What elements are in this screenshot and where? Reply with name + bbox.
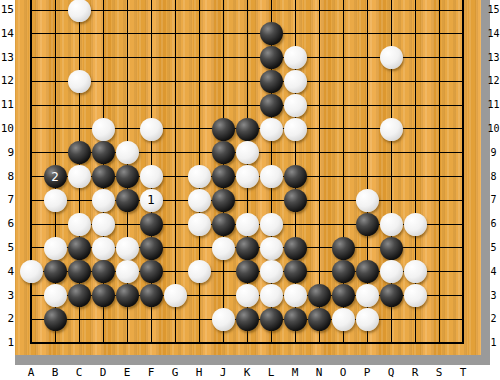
- stone-black-N2: [308, 308, 331, 331]
- stone-black-B8: 2: [44, 165, 67, 188]
- intersection-T8[interactable]: [451, 165, 475, 189]
- row-label-right-3: 3: [487, 288, 500, 304]
- intersection-P8[interactable]: [355, 165, 379, 189]
- intersection-O12[interactable]: [331, 70, 355, 94]
- intersection-M1[interactable]: [283, 331, 307, 355]
- intersection-F14[interactable]: [139, 22, 163, 46]
- intersection-A11[interactable]: [19, 93, 43, 117]
- intersection-H12[interactable]: [187, 70, 211, 94]
- stone-white-D5: [92, 237, 115, 260]
- stone-white-A4: [20, 260, 43, 283]
- intersection-P5[interactable]: [355, 236, 379, 260]
- stone-black-F5: [140, 237, 163, 260]
- stone-white-L6: [260, 213, 283, 236]
- intersection-R1[interactable]: [403, 331, 427, 355]
- stone-white-O2: [332, 308, 355, 331]
- go-app: 21 151413121110987654321 151413121110987…: [0, 0, 500, 380]
- intersection-N5[interactable]: [307, 236, 331, 260]
- intersection-C13[interactable]: [67, 46, 91, 70]
- intersection-S5[interactable]: [427, 236, 451, 260]
- intersection-B15[interactable]: [43, 0, 67, 22]
- intersection-B12[interactable]: [43, 70, 67, 94]
- column-label-K: K: [239, 365, 255, 380]
- intersection-H14[interactable]: [187, 22, 211, 46]
- stone-black-P6: [356, 213, 379, 236]
- stone-white-L4: [260, 260, 283, 283]
- column-label-B: B: [47, 365, 63, 380]
- stone-black-C5: [68, 237, 91, 260]
- intersection-F9[interactable]: [139, 141, 163, 165]
- stone-black-D4: [92, 260, 115, 283]
- intersection-K15[interactable]: [235, 0, 259, 22]
- column-label-Q: Q: [383, 365, 399, 380]
- row-label-left-14: 14: [0, 26, 14, 42]
- intersection-H10[interactable]: [187, 117, 211, 141]
- column-label-G: G: [167, 365, 183, 380]
- stone-white-H4: [188, 260, 211, 283]
- intersection-J14[interactable]: [211, 22, 235, 46]
- intersection-K13[interactable]: [235, 46, 259, 70]
- intersection-O7[interactable]: [331, 188, 355, 212]
- intersection-S15[interactable]: [427, 0, 451, 22]
- intersection-R9[interactable]: [403, 141, 427, 165]
- stone-white-D6: [92, 213, 115, 236]
- stone-white-B3: [44, 284, 67, 307]
- intersection-P15[interactable]: [355, 0, 379, 22]
- intersection-P14[interactable]: [355, 22, 379, 46]
- intersection-E11[interactable]: [115, 93, 139, 117]
- stone-white-C8: [68, 165, 91, 188]
- stone-white-K9: [236, 141, 259, 164]
- intersection-H2[interactable]: [187, 307, 211, 331]
- column-label-S: S: [431, 365, 447, 380]
- intersection-N4[interactable]: [307, 260, 331, 284]
- intersection-G9[interactable]: [163, 141, 187, 165]
- intersection-A1[interactable]: [19, 331, 43, 355]
- intersection-R7[interactable]: [403, 188, 427, 212]
- intersection-P9[interactable]: [355, 141, 379, 165]
- intersection-C14[interactable]: [67, 22, 91, 46]
- intersection-O8[interactable]: [331, 165, 355, 189]
- intersection-C11[interactable]: [67, 93, 91, 117]
- stone-black-K4: [236, 260, 259, 283]
- intersection-G15[interactable]: [163, 0, 187, 22]
- stone-black-O5: [332, 237, 355, 260]
- stone-black-K10: [236, 118, 259, 141]
- intersection-A5[interactable]: [19, 236, 43, 260]
- intersection-Q12[interactable]: [379, 70, 403, 94]
- intersection-R5[interactable]: [403, 236, 427, 260]
- intersection-O11[interactable]: [331, 93, 355, 117]
- intersection-S8[interactable]: [427, 165, 451, 189]
- intersection-H3[interactable]: [187, 284, 211, 308]
- intersection-G13[interactable]: [163, 46, 187, 70]
- stone-black-E8: [116, 165, 139, 188]
- intersection-T6[interactable]: [451, 212, 475, 236]
- intersection-B14[interactable]: [43, 22, 67, 46]
- stone-black-J10: [212, 118, 235, 141]
- intersection-F13[interactable]: [139, 46, 163, 70]
- stone-white-R6: [404, 213, 427, 236]
- stone-black-P4: [356, 260, 379, 283]
- intersection-A13[interactable]: [19, 46, 43, 70]
- intersection-T1[interactable]: [451, 331, 475, 355]
- intersection-T5[interactable]: [451, 236, 475, 260]
- column-label-O: O: [335, 365, 351, 380]
- intersection-N1[interactable]: [307, 331, 331, 355]
- stone-black-O4: [332, 260, 355, 283]
- intersection-H5[interactable]: [187, 236, 211, 260]
- intersection-P11[interactable]: [355, 93, 379, 117]
- stone-black-J7: [212, 189, 235, 212]
- intersection-S14[interactable]: [427, 22, 451, 46]
- intersection-S11[interactable]: [427, 93, 451, 117]
- row-label-right-15: 15: [487, 2, 500, 18]
- intersection-M15[interactable]: [283, 0, 307, 22]
- intersection-E2[interactable]: [115, 307, 139, 331]
- intersection-K14[interactable]: [235, 22, 259, 46]
- intersection-S7[interactable]: [427, 188, 451, 212]
- stone-white-B7: [44, 189, 67, 212]
- row-label-right-14: 14: [487, 26, 500, 42]
- intersection-E15[interactable]: [115, 0, 139, 22]
- intersection-E10[interactable]: [115, 117, 139, 141]
- stone-white-L5: [260, 237, 283, 260]
- intersection-S10[interactable]: [427, 117, 451, 141]
- stone-black-F3: [140, 284, 163, 307]
- stone-white-F8: [140, 165, 163, 188]
- intersection-F15[interactable]: [139, 0, 163, 22]
- stone-white-C6: [68, 213, 91, 236]
- stone-black-Q5: [380, 237, 403, 260]
- row-label-left-4: 4: [0, 264, 14, 280]
- intersection-T13[interactable]: [451, 46, 475, 70]
- intersection-A2[interactable]: [19, 307, 43, 331]
- intersection-O15[interactable]: [331, 0, 355, 22]
- intersection-D1[interactable]: [91, 331, 115, 355]
- intersection-T14[interactable]: [451, 22, 475, 46]
- intersection-F1[interactable]: [139, 331, 163, 355]
- intersection-A8[interactable]: [19, 165, 43, 189]
- row-label-left-13: 13: [0, 50, 14, 66]
- stone-black-J6: [212, 213, 235, 236]
- intersection-G11[interactable]: [163, 93, 187, 117]
- intersection-S2[interactable]: [427, 307, 451, 331]
- intersection-G14[interactable]: [163, 22, 187, 46]
- stone-white-Q6: [380, 213, 403, 236]
- intersection-R13[interactable]: [403, 46, 427, 70]
- row-label-left-8: 8: [0, 169, 14, 185]
- stone-black-L12: [260, 70, 283, 93]
- intersection-T9[interactable]: [451, 141, 475, 165]
- intersection-C7[interactable]: [67, 188, 91, 212]
- stone-black-N3: [308, 284, 331, 307]
- intersection-A12[interactable]: [19, 70, 43, 94]
- row-label-right-11: 11: [487, 97, 500, 113]
- stone-white-M10: [284, 118, 307, 141]
- stone-white-R3: [404, 284, 427, 307]
- intersection-D12[interactable]: [91, 70, 115, 94]
- intersection-G2[interactable]: [163, 307, 187, 331]
- stone-white-K6: [236, 213, 259, 236]
- row-label-left-9: 9: [0, 145, 14, 161]
- row-label-right-12: 12: [487, 73, 500, 89]
- intersection-A14[interactable]: [19, 22, 43, 46]
- stone-white-H7: [188, 189, 211, 212]
- intersection-C10[interactable]: [67, 117, 91, 141]
- intersection-S13[interactable]: [427, 46, 451, 70]
- stone-white-F10: [140, 118, 163, 141]
- goban-surface[interactable]: 21: [15, 0, 481, 355]
- intersection-H1[interactable]: [187, 331, 211, 355]
- intersection-J13[interactable]: [211, 46, 235, 70]
- intersection-J11[interactable]: [211, 93, 235, 117]
- intersection-A9[interactable]: [19, 141, 43, 165]
- intersection-R12[interactable]: [403, 70, 427, 94]
- row-label-left-3: 3: [0, 288, 14, 304]
- stone-white-Q4: [380, 260, 403, 283]
- intersection-F12[interactable]: [139, 70, 163, 94]
- stone-white-E9: [116, 141, 139, 164]
- intersection-D11[interactable]: [91, 93, 115, 117]
- row-label-right-7: 7: [487, 192, 500, 208]
- intersection-E13[interactable]: [115, 46, 139, 70]
- intersection-R11[interactable]: [403, 93, 427, 117]
- intersection-G12[interactable]: [163, 70, 187, 94]
- intersection-N9[interactable]: [307, 141, 331, 165]
- stone-black-C3: [68, 284, 91, 307]
- row-label-right-4: 4: [487, 264, 500, 280]
- stone-black-C9: [68, 141, 91, 164]
- intersection-Q1[interactable]: [379, 331, 403, 355]
- stone-white-L10: [260, 118, 283, 141]
- intersection-E6[interactable]: [115, 212, 139, 236]
- intersection-E1[interactable]: [115, 331, 139, 355]
- column-label-D: D: [95, 365, 111, 380]
- row-label-right-9: 9: [487, 145, 500, 161]
- stone-white-R4: [404, 260, 427, 283]
- intersection-G8[interactable]: [163, 165, 187, 189]
- intersection-T4[interactable]: [451, 260, 475, 284]
- column-label-E: E: [119, 365, 135, 380]
- intersection-O1[interactable]: [331, 331, 355, 355]
- intersection-F11[interactable]: [139, 93, 163, 117]
- intersection-G4[interactable]: [163, 260, 187, 284]
- stone-white-F7: 1: [140, 189, 163, 212]
- intersection-A15[interactable]: [19, 0, 43, 22]
- intersection-H13[interactable]: [187, 46, 211, 70]
- stone-black-C4: [68, 260, 91, 283]
- intersection-B13[interactable]: [43, 46, 67, 70]
- stone-black-D3: [92, 284, 115, 307]
- intersection-G5[interactable]: [163, 236, 187, 260]
- stone-white-M12: [284, 70, 307, 93]
- intersection-Q9[interactable]: [379, 141, 403, 165]
- intersection-O6[interactable]: [331, 212, 355, 236]
- intersection-H11[interactable]: [187, 93, 211, 117]
- intersection-Q15[interactable]: [379, 0, 403, 22]
- stone-white-D10: [92, 118, 115, 141]
- move-number-label: 2: [51, 171, 59, 183]
- stone-white-P2: [356, 308, 379, 331]
- row-label-left-10: 10: [0, 121, 14, 137]
- intersection-S1[interactable]: [427, 331, 451, 355]
- stone-black-M7: [284, 189, 307, 212]
- intersection-S4[interactable]: [427, 260, 451, 284]
- column-label-C: C: [71, 365, 87, 380]
- intersection-P10[interactable]: [355, 117, 379, 141]
- intersection-O13[interactable]: [331, 46, 355, 70]
- intersection-N15[interactable]: [307, 0, 331, 22]
- intersection-G10[interactable]: [163, 117, 187, 141]
- intersection-N11[interactable]: [307, 93, 331, 117]
- intersection-S12[interactable]: [427, 70, 451, 94]
- intersection-Q2[interactable]: [379, 307, 403, 331]
- intersection-H15[interactable]: [187, 0, 211, 22]
- board-edge-bottom: [15, 355, 490, 365]
- row-label-left-15: 15: [0, 2, 14, 18]
- intersection-O14[interactable]: [331, 22, 355, 46]
- column-label-J: J: [215, 365, 231, 380]
- intersection-L15[interactable]: [259, 0, 283, 22]
- intersection-P1[interactable]: [355, 331, 379, 355]
- intersection-T11[interactable]: [451, 93, 475, 117]
- intersection-N12[interactable]: [307, 70, 331, 94]
- intersection-B1[interactable]: [43, 331, 67, 355]
- intersection-R15[interactable]: [403, 0, 427, 22]
- intersection-L7[interactable]: [259, 188, 283, 212]
- intersection-S6[interactable]: [427, 212, 451, 236]
- intersection-J12[interactable]: [211, 70, 235, 94]
- intersection-B10[interactable]: [43, 117, 67, 141]
- intersection-Q14[interactable]: [379, 22, 403, 46]
- intersection-Q8[interactable]: [379, 165, 403, 189]
- intersection-D2[interactable]: [91, 307, 115, 331]
- row-label-left-1: 1: [0, 335, 14, 351]
- intersection-N7[interactable]: [307, 188, 331, 212]
- intersection-L9[interactable]: [259, 141, 283, 165]
- stone-white-M13: [284, 46, 307, 69]
- intersection-T2[interactable]: [451, 307, 475, 331]
- intersection-N8[interactable]: [307, 165, 331, 189]
- intersection-D13[interactable]: [91, 46, 115, 70]
- intersection-A3[interactable]: [19, 284, 43, 308]
- intersection-D14[interactable]: [91, 22, 115, 46]
- intersection-C2[interactable]: [67, 307, 91, 331]
- intersection-L1[interactable]: [259, 331, 283, 355]
- intersection-B11[interactable]: [43, 93, 67, 117]
- intersection-K7[interactable]: [235, 188, 259, 212]
- stone-black-L2: [260, 308, 283, 331]
- stone-white-H8: [188, 165, 211, 188]
- intersection-G7[interactable]: [163, 188, 187, 212]
- column-label-T: T: [455, 365, 471, 380]
- stone-white-C15: [68, 0, 91, 22]
- stone-black-Q3: [380, 284, 403, 307]
- intersection-G6[interactable]: [163, 212, 187, 236]
- intersection-T3[interactable]: [451, 284, 475, 308]
- stone-black-F6: [140, 213, 163, 236]
- column-label-N: N: [311, 365, 327, 380]
- intersection-J3[interactable]: [211, 284, 235, 308]
- row-label-right-5: 5: [487, 240, 500, 256]
- intersection-O9[interactable]: [331, 141, 355, 165]
- stone-black-B2: [44, 308, 67, 331]
- intersection-T7[interactable]: [451, 188, 475, 212]
- row-label-left-11: 11: [0, 97, 14, 113]
- stone-black-M4: [284, 260, 307, 283]
- intersection-N14[interactable]: [307, 22, 331, 46]
- row-label-right-6: 6: [487, 216, 500, 232]
- stone-white-J5: [212, 237, 235, 260]
- intersection-T12[interactable]: [451, 70, 475, 94]
- intersection-O10[interactable]: [331, 117, 355, 141]
- intersection-Q11[interactable]: [379, 93, 403, 117]
- intersection-S9[interactable]: [427, 141, 451, 165]
- intersection-B9[interactable]: [43, 141, 67, 165]
- intersection-R14[interactable]: [403, 22, 427, 46]
- intersection-P13[interactable]: [355, 46, 379, 70]
- intersection-Q7[interactable]: [379, 188, 403, 212]
- intersection-R10[interactable]: [403, 117, 427, 141]
- intersection-B6[interactable]: [43, 212, 67, 236]
- move-number-label: 1: [147, 194, 155, 206]
- intersection-H9[interactable]: [187, 141, 211, 165]
- intersection-M6[interactable]: [283, 212, 307, 236]
- stone-black-M5: [284, 237, 307, 260]
- intersection-T15[interactable]: [451, 0, 475, 22]
- intersection-T10[interactable]: [451, 117, 475, 141]
- row-label-left-5: 5: [0, 240, 14, 256]
- intersection-D15[interactable]: [91, 0, 115, 22]
- intersection-J1[interactable]: [211, 331, 235, 355]
- column-label-R: R: [407, 365, 423, 380]
- row-label-right-13: 13: [487, 50, 500, 66]
- intersection-M14[interactable]: [283, 22, 307, 46]
- column-label-A: A: [23, 365, 39, 380]
- intersection-F2[interactable]: [139, 307, 163, 331]
- column-label-L: L: [263, 365, 279, 380]
- intersection-E12[interactable]: [115, 70, 139, 94]
- stone-white-M3: [284, 284, 307, 307]
- intersection-A6[interactable]: [19, 212, 43, 236]
- intersection-K1[interactable]: [235, 331, 259, 355]
- intersection-S3[interactable]: [427, 284, 451, 308]
- stone-black-L11: [260, 94, 283, 117]
- intersection-N13[interactable]: [307, 46, 331, 70]
- intersection-A10[interactable]: [19, 117, 43, 141]
- intersection-P12[interactable]: [355, 70, 379, 94]
- intersection-R8[interactable]: [403, 165, 427, 189]
- intersection-K11[interactable]: [235, 93, 259, 117]
- intersection-A7[interactable]: [19, 188, 43, 212]
- intersection-R2[interactable]: [403, 307, 427, 331]
- intersection-M9[interactable]: [283, 141, 307, 165]
- stone-black-F4: [140, 260, 163, 283]
- intersection-N10[interactable]: [307, 117, 331, 141]
- stone-black-O3: [332, 284, 355, 307]
- intersection-J4[interactable]: [211, 260, 235, 284]
- row-label-left-7: 7: [0, 192, 14, 208]
- intersection-K12[interactable]: [235, 70, 259, 94]
- intersection-G1[interactable]: [163, 331, 187, 355]
- intersection-C1[interactable]: [67, 331, 91, 355]
- intersection-E14[interactable]: [115, 22, 139, 46]
- stone-white-M11: [284, 94, 307, 117]
- intersection-J15[interactable]: [211, 0, 235, 22]
- stone-black-M2: [284, 308, 307, 331]
- intersection-N6[interactable]: [307, 212, 331, 236]
